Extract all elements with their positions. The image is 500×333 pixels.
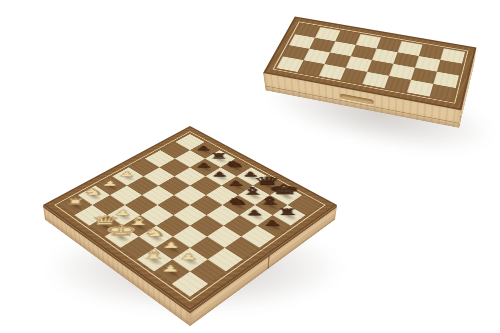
board-side-fold-seam	[267, 256, 269, 270]
playing-field: ♟♜♞♟♛♚♟♟♟♝♝♜♞♟♟♟♟♞♟♝♞♟♟♜♛♚♝♟	[60, 134, 320, 297]
chess-board: ♟♜♞♟♛♚♟♟♟♝♝♜♞♟♟♟♟♞♟♝♞♟♟♜♛♚♝♟	[43, 126, 337, 311]
product-photo-scene: ♟♜♞♟♛♚♟♟♟♝♝♜♞♟♟♟♟♞♟♝♞♟♟♜♛♚♝♟	[0, 0, 500, 333]
folded-chess-box	[263, 17, 476, 111]
